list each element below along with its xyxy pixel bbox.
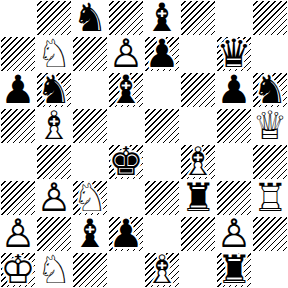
white-rook-icon[interactable]: ♖	[252, 180, 288, 216]
square-g5[interactable]	[216, 108, 252, 144]
black-rook-icon[interactable]: ♜	[216, 252, 252, 288]
square-f6[interactable]	[180, 72, 216, 108]
white-bishop-icon[interactable]: ♗	[144, 252, 180, 288]
square-c8[interactable]: ♞♞	[72, 0, 108, 36]
square-g4[interactable]	[216, 144, 252, 180]
square-b3[interactable]: ♟♙	[36, 180, 72, 216]
square-a5[interactable]	[0, 108, 36, 144]
square-d6[interactable]: ♝♝	[108, 72, 144, 108]
black-bishop-icon[interactable]: ♝	[108, 72, 144, 108]
square-f8[interactable]	[180, 0, 216, 36]
white-queen-icon[interactable]: ♕	[252, 108, 288, 144]
square-c5[interactable]	[72, 108, 108, 144]
square-g1[interactable]: ♜♜	[216, 252, 252, 288]
square-b1[interactable]: ♞♘	[36, 252, 72, 288]
square-a4[interactable]	[0, 144, 36, 180]
square-f7[interactable]	[180, 36, 216, 72]
square-c6[interactable]	[72, 72, 108, 108]
square-h5[interactable]: ♛♕	[252, 108, 288, 144]
square-c2[interactable]: ♝♝	[72, 216, 108, 252]
square-f1[interactable]	[180, 252, 216, 288]
square-a6[interactable]: ♟♟	[0, 72, 36, 108]
square-a1[interactable]: ♚♔	[0, 252, 36, 288]
square-e1[interactable]: ♝♗	[144, 252, 180, 288]
black-bishop-icon[interactable]: ♝	[72, 216, 108, 252]
square-h2[interactable]	[252, 216, 288, 252]
black-pawn-icon[interactable]: ♟	[0, 72, 36, 108]
square-c7[interactable]	[72, 36, 108, 72]
black-king-icon[interactable]: ♚	[108, 144, 144, 180]
black-pawn-icon[interactable]: ♟	[216, 72, 252, 108]
square-a8[interactable]	[0, 0, 36, 36]
white-bishop-icon[interactable]: ♗	[36, 108, 72, 144]
square-e6[interactable]	[144, 72, 180, 108]
square-f2[interactable]	[180, 216, 216, 252]
white-knight-icon[interactable]: ♘	[36, 252, 72, 288]
square-e4[interactable]	[144, 144, 180, 180]
square-d4[interactable]: ♚♚	[108, 144, 144, 180]
white-king-icon[interactable]: ♔	[0, 252, 36, 288]
square-g6[interactable]: ♟♟	[216, 72, 252, 108]
square-e5[interactable]	[144, 108, 180, 144]
black-knight-icon[interactable]: ♞	[72, 0, 108, 36]
chess-board: ♞♞♝♝♞♘♟♙♟♟♛♛♟♟♞♞♝♝♟♟♞♞♝♗♛♕♚♚♝♗♟♙♞♘♜♜♜♖♟♙…	[0, 0, 288, 288]
square-h8[interactable]	[252, 0, 288, 36]
square-b5[interactable]: ♝♗	[36, 108, 72, 144]
square-e3[interactable]	[144, 180, 180, 216]
white-pawn-icon[interactable]: ♙	[36, 180, 72, 216]
square-e7[interactable]: ♟♟	[144, 36, 180, 72]
black-pawn-icon[interactable]: ♟	[144, 36, 180, 72]
square-c1[interactable]	[72, 252, 108, 288]
square-d1[interactable]	[108, 252, 144, 288]
black-rook-icon[interactable]: ♜	[180, 180, 216, 216]
square-h3[interactable]: ♜♖	[252, 180, 288, 216]
square-f3[interactable]: ♜♜	[180, 180, 216, 216]
square-h1[interactable]	[252, 252, 288, 288]
square-d2[interactable]: ♟♟	[108, 216, 144, 252]
black-pawn-icon[interactable]: ♟	[108, 216, 144, 252]
